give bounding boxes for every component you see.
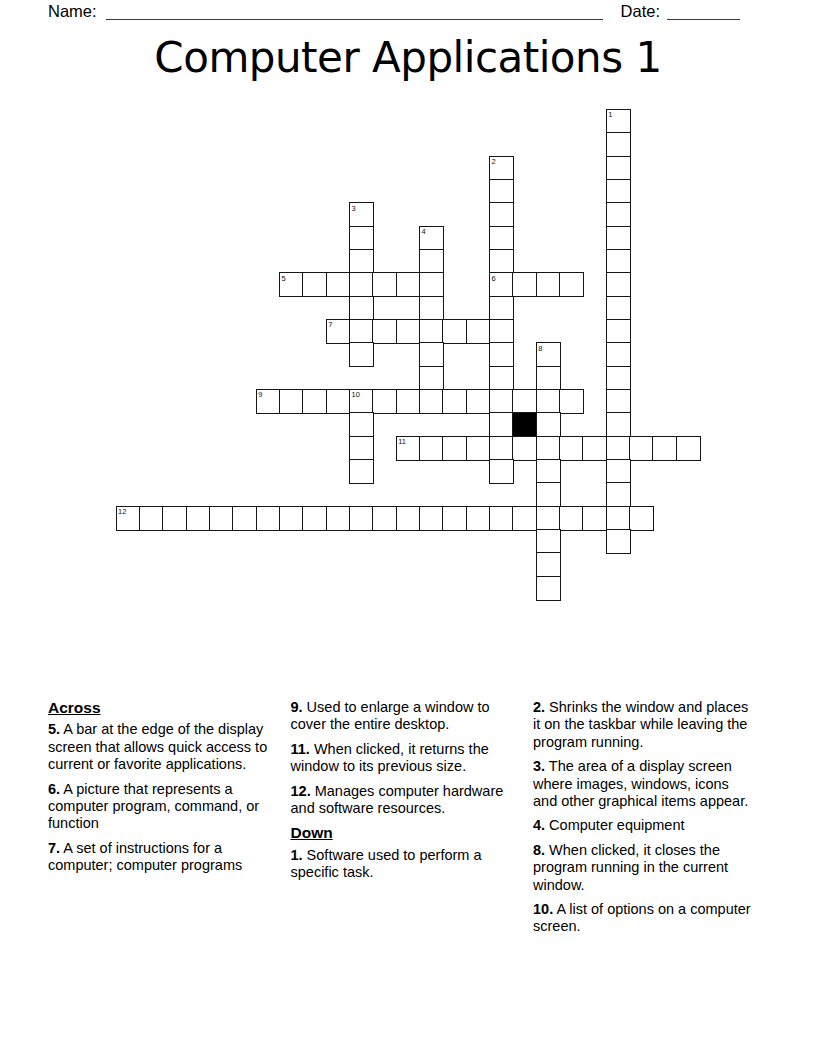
grid-cell[interactable] — [372, 272, 397, 297]
grid-cell[interactable] — [606, 342, 631, 367]
clue-column: Across5. A bar at the edge of the displa… — [48, 699, 270, 943]
grid-cell[interactable] — [536, 436, 561, 461]
grid-cell[interactable] — [302, 272, 327, 297]
grid-cell[interactable] — [512, 389, 537, 414]
grid-cell[interactable] — [606, 436, 631, 461]
across-heading: Across — [48, 699, 270, 716]
grid-cell[interactable] — [536, 389, 561, 414]
grid-cell[interactable] — [419, 506, 444, 531]
clue-number-label: 2. — [533, 699, 545, 715]
grid-cell[interactable] — [606, 132, 631, 157]
clue-number-label: 4. — [533, 817, 545, 833]
grid-cell[interactable] — [606, 366, 631, 391]
grid-cell[interactable] — [162, 506, 187, 531]
grid-cell[interactable] — [349, 342, 374, 367]
clue-number-label: 8. — [533, 842, 545, 858]
clue-7-across: 7. A set of instructions for a computer;… — [48, 840, 270, 875]
grid-cell[interactable] — [349, 272, 374, 297]
grid-cell[interactable] — [349, 459, 374, 484]
grid-cell[interactable] — [349, 412, 374, 437]
cell-number: 12 — [118, 508, 126, 516]
cell-number: 6 — [492, 275, 496, 283]
grid-cell[interactable] — [606, 319, 631, 344]
clue-column: 9. Used to enlarge a window to cover the… — [291, 699, 513, 943]
grid-cell[interactable] — [512, 272, 537, 297]
grid-cell[interactable] — [489, 436, 514, 461]
grid-cell[interactable] — [209, 506, 234, 531]
grid-cell[interactable] — [302, 506, 327, 531]
grid-cell[interactable] — [442, 389, 467, 414]
grid-cell[interactable] — [419, 296, 444, 321]
grid-cell[interactable] — [302, 389, 327, 414]
grid-cell[interactable] — [489, 342, 514, 367]
grid-cell[interactable] — [606, 202, 631, 227]
grid-cell[interactable] — [442, 436, 467, 461]
grid-cell[interactable] — [349, 226, 374, 251]
grid-cell[interactable] — [372, 389, 397, 414]
grid-cell[interactable] — [419, 342, 444, 367]
clue-number-label: 11. — [291, 741, 310, 757]
grid-cell[interactable] — [536, 552, 561, 577]
date-fill-line[interactable] — [667, 4, 740, 20]
grid-cell[interactable] — [466, 436, 491, 461]
grid-cell[interactable] — [419, 272, 444, 297]
grid-cell[interactable] — [606, 156, 631, 181]
grid-cell[interactable] — [489, 506, 514, 531]
grid-cell[interactable] — [139, 506, 164, 531]
grid-cell[interactable] — [489, 179, 514, 204]
clue-11-across: 11. When clicked, it returns the window … — [291, 741, 513, 776]
grid-cell[interactable] — [559, 506, 584, 531]
grid-cell[interactable] — [559, 272, 584, 297]
grid-cell[interactable] — [536, 366, 561, 391]
grid-cell[interactable] — [512, 436, 537, 461]
grid-cell[interactable] — [466, 319, 491, 344]
grid-cell[interactable] — [279, 389, 304, 414]
grid-cell[interactable] — [606, 296, 631, 321]
grid-cell[interactable] — [559, 389, 584, 414]
grid-cell[interactable] — [372, 319, 397, 344]
crossword-board: 123456789101112 — [116, 109, 702, 601]
clue-number-label: 10. — [533, 901, 553, 917]
grid-cell[interactable] — [349, 319, 374, 344]
grid-cell[interactable] — [606, 389, 631, 414]
grid-cell[interactable] — [606, 412, 631, 437]
grid-cell[interactable] — [466, 389, 491, 414]
grid-cell[interactable] — [606, 249, 631, 274]
grid-cell[interactable] — [536, 482, 561, 507]
clue-2-down: 2. Shrinks the window and places it on t… — [533, 699, 755, 751]
cell-number: 9 — [258, 391, 262, 399]
clue-8-down: 8. When clicked, it closes the program r… — [533, 842, 755, 894]
cell-number: 4 — [422, 228, 426, 236]
clue-6-across: 6. A picture that represents a computer … — [48, 781, 270, 833]
grid-cell[interactable] — [512, 506, 537, 531]
grid-cell[interactable] — [536, 529, 561, 554]
grid-cell[interactable] — [396, 389, 421, 414]
grid-cell[interactable] — [536, 412, 561, 437]
clue-number-label: 9. — [291, 699, 303, 715]
clue-section: Across5. A bar at the edge of the displa… — [48, 699, 755, 943]
grid-cell[interactable] — [326, 506, 351, 531]
down-heading: Down — [291, 824, 513, 841]
grid-cell[interactable] — [419, 319, 444, 344]
blocked-cell — [512, 412, 537, 437]
grid-cell[interactable] — [606, 529, 631, 554]
grid-cell[interactable] — [256, 506, 281, 531]
grid-cell[interactable] — [396, 506, 421, 531]
grid-cell[interactable] — [326, 389, 351, 414]
clue-3-down: 3. The area of a display screen where im… — [533, 758, 755, 810]
grid-cell[interactable] — [326, 272, 351, 297]
grid-cell[interactable] — [606, 482, 631, 507]
cell-number: 8 — [538, 345, 542, 353]
clue-number-label: 12. — [291, 783, 311, 799]
grid-cell[interactable] — [396, 272, 421, 297]
clue-5-across: 5. A bar at the edge of the display scre… — [48, 721, 270, 773]
grid-cell[interactable] — [349, 296, 374, 321]
grid-cell[interactable] — [629, 436, 654, 461]
grid-cell[interactable] — [442, 506, 467, 531]
cell-number: 11 — [398, 438, 406, 446]
clue-number-label: 5. — [48, 721, 60, 737]
grid-cell[interactable] — [676, 436, 701, 461]
grid-cell[interactable] — [536, 459, 561, 484]
grid-cell[interactable] — [536, 576, 561, 601]
header-bar: Name: Date: — [48, 2, 740, 21]
clue-number-label: 7. — [48, 840, 60, 856]
grid-cell[interactable] — [279, 506, 304, 531]
clue-10-down: 10. A list of options on a computer scre… — [533, 901, 755, 936]
grid-cell[interactable] — [489, 249, 514, 274]
clue-4-down: 4. Computer equipment — [533, 817, 755, 834]
cell-number: 3 — [352, 205, 356, 213]
clue-number-label: 3. — [533, 758, 545, 774]
grid-cell[interactable] — [489, 226, 514, 251]
grid-cell[interactable] — [606, 226, 631, 251]
grid-cell[interactable] — [536, 272, 561, 297]
grid-cell[interactable] — [606, 272, 631, 297]
cell-number: 5 — [281, 275, 285, 283]
grid-cell[interactable] — [349, 436, 374, 461]
grid-cell[interactable] — [372, 506, 397, 531]
clue-9-across: 9. Used to enlarge a window to cover the… — [291, 699, 513, 734]
name-fill-line[interactable] — [106, 4, 603, 20]
grid-cell[interactable] — [349, 506, 374, 531]
grid-cell[interactable] — [606, 459, 631, 484]
grid-cell[interactable] — [629, 506, 654, 531]
grid-cell[interactable] — [489, 202, 514, 227]
clue-column: 2. Shrinks the window and places it on t… — [533, 699, 755, 943]
grid-cell[interactable] — [489, 296, 514, 321]
worksheet-page: Name: Date: Computer Applications 1 1234… — [0, 0, 816, 1056]
grid-cell[interactable] — [489, 459, 514, 484]
page-title: Computer Applications 1 — [0, 33, 816, 82]
grid-cell[interactable] — [559, 436, 584, 461]
cell-number: 1 — [608, 111, 612, 119]
date-label: Date: — [621, 2, 660, 21]
clue-12-across: 12. Manages computer hardware and softwa… — [291, 783, 513, 818]
grid-cell[interactable] — [489, 366, 514, 391]
grid-cell[interactable] — [442, 319, 467, 344]
cell-number: 10 — [352, 391, 360, 399]
grid-cell[interactable] — [489, 389, 514, 414]
clue-1-down: 1. Software used to perform a specific t… — [291, 847, 513, 882]
name-label: Name: — [48, 2, 97, 21]
grid-cell[interactable] — [652, 436, 677, 461]
grid-cell[interactable] — [606, 179, 631, 204]
grid-cell[interactable] — [419, 389, 444, 414]
grid-cell[interactable] — [419, 366, 444, 391]
grid-cell[interactable] — [466, 506, 491, 531]
grid-cell[interactable] — [606, 506, 631, 531]
grid-cell[interactable] — [396, 319, 421, 344]
clue-number-label: 6. — [48, 781, 60, 797]
cell-number: 2 — [492, 158, 496, 166]
grid-cell[interactable] — [489, 319, 514, 344]
cell-number: 7 — [328, 321, 332, 329]
grid-cell[interactable] — [349, 249, 374, 274]
grid-cell[interactable] — [419, 436, 444, 461]
grid-cell[interactable] — [186, 506, 211, 531]
grid-cell[interactable] — [582, 506, 607, 531]
grid-cell[interactable] — [536, 506, 561, 531]
grid-cell[interactable] — [582, 436, 607, 461]
grid-cell[interactable] — [419, 249, 444, 274]
grid-cell[interactable] — [232, 506, 257, 531]
clue-number-label: 1. — [291, 847, 303, 863]
grid-cell[interactable] — [489, 412, 514, 437]
